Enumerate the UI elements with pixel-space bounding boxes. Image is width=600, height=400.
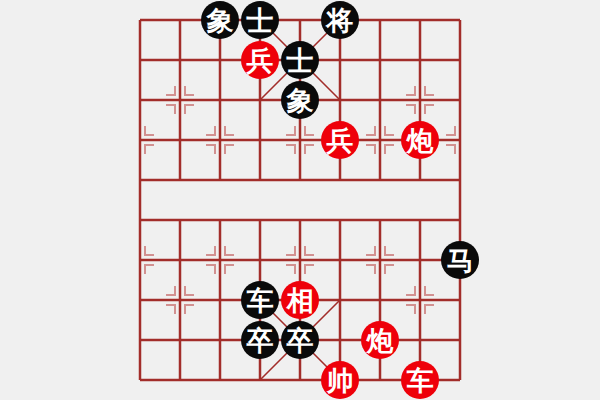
piece-red-chariot[interactable]: 车 [401, 361, 439, 399]
piece-black-advisor[interactable]: 士 [281, 41, 319, 79]
piece-red-soldier[interactable]: 兵 [241, 41, 279, 79]
xiangqi-board[interactable]: 象士将兵士象兵炮马车相卒卒炮帅车 [120, 0, 480, 400]
piece-black-soldier[interactable]: 卒 [241, 321, 279, 359]
xiangqi-app: 象士将兵士象兵炮马车相卒卒炮帅车 [0, 0, 600, 400]
piece-black-elephant[interactable]: 象 [281, 81, 319, 119]
piece-black-elephant[interactable]: 象 [201, 1, 239, 39]
piece-black-horse[interactable]: 马 [441, 241, 479, 279]
piece-black-general[interactable]: 将 [321, 1, 359, 39]
piece-red-general[interactable]: 帅 [321, 361, 359, 399]
piece-black-advisor[interactable]: 士 [241, 1, 279, 39]
piece-red-cannon[interactable]: 炮 [361, 321, 399, 359]
piece-black-soldier[interactable]: 卒 [281, 321, 319, 359]
piece-red-soldier[interactable]: 兵 [321, 121, 359, 159]
piece-red-cannon[interactable]: 炮 [401, 121, 439, 159]
piece-black-chariot[interactable]: 车 [241, 281, 279, 319]
piece-red-elephant[interactable]: 相 [281, 281, 319, 319]
